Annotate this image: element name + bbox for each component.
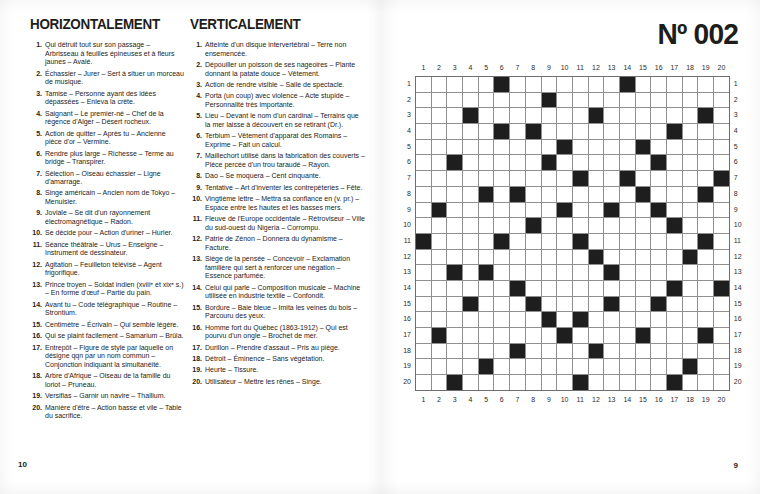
grid-cell[interactable] — [589, 281, 604, 296]
grid-cell[interactable] — [714, 250, 729, 265]
grid-cell[interactable] — [667, 234, 682, 249]
grid-cell[interactable] — [416, 93, 431, 108]
grid-cell[interactable] — [416, 140, 431, 155]
grid-cell[interactable] — [636, 171, 651, 186]
grid-cell[interactable] — [479, 281, 494, 296]
grid-cell[interactable] — [714, 108, 729, 123]
grid-cell[interactable] — [432, 234, 447, 249]
grid-cell[interactable] — [526, 77, 541, 92]
grid-cell[interactable] — [432, 108, 447, 123]
grid-cell[interactable] — [714, 93, 729, 108]
grid-cell[interactable] — [526, 203, 541, 218]
grid-cell[interactable] — [479, 140, 494, 155]
grid-cell[interactable] — [604, 218, 619, 233]
grid-cell[interactable] — [463, 93, 478, 108]
grid-cell[interactable] — [463, 124, 478, 139]
grid-cell[interactable] — [526, 155, 541, 170]
grid-cell[interactable] — [542, 234, 557, 249]
grid-cell[interactable] — [479, 155, 494, 170]
grid-cell[interactable] — [683, 312, 698, 327]
grid-cell[interactable] — [479, 218, 494, 233]
grid-cell[interactable] — [667, 297, 682, 312]
grid-cell[interactable] — [667, 108, 682, 123]
grid-cell[interactable] — [636, 124, 651, 139]
grid-cell[interactable] — [432, 93, 447, 108]
grid-cell[interactable] — [589, 359, 604, 374]
grid-cell[interactable] — [667, 77, 682, 92]
grid-cell[interactable] — [526, 375, 541, 390]
grid-cell[interactable] — [573, 203, 588, 218]
grid-cell[interactable] — [604, 328, 619, 343]
grid-cell[interactable] — [463, 312, 478, 327]
grid-cell[interactable] — [698, 218, 713, 233]
grid-cell[interactable] — [667, 344, 682, 359]
grid-cell[interactable] — [479, 93, 494, 108]
grid-cell[interactable] — [479, 171, 494, 186]
grid-cell[interactable] — [589, 312, 604, 327]
grid-cell[interactable] — [620, 359, 635, 374]
grid-cell[interactable] — [620, 375, 635, 390]
grid-cell[interactable] — [447, 93, 462, 108]
grid-cell[interactable] — [636, 359, 651, 374]
grid-cell[interactable] — [463, 250, 478, 265]
grid-cell[interactable] — [683, 171, 698, 186]
grid-cell[interactable] — [416, 281, 431, 296]
grid-cell[interactable] — [510, 218, 525, 233]
grid-cell[interactable] — [463, 328, 478, 343]
grid-cell[interactable] — [479, 344, 494, 359]
grid-cell[interactable] — [526, 328, 541, 343]
grid-cell[interactable] — [667, 140, 682, 155]
grid-cell[interactable] — [416, 218, 431, 233]
grid-cell[interactable] — [620, 155, 635, 170]
grid-cell[interactable] — [667, 155, 682, 170]
grid-cell[interactable] — [432, 359, 447, 374]
grid-cell[interactable] — [510, 234, 525, 249]
grid-cell[interactable] — [651, 250, 666, 265]
grid-cell[interactable] — [651, 108, 666, 123]
grid-cell[interactable] — [651, 375, 666, 390]
grid-cell[interactable] — [636, 234, 651, 249]
grid-cell[interactable] — [510, 108, 525, 123]
grid-cell[interactable] — [494, 344, 509, 359]
grid-cell[interactable] — [636, 77, 651, 92]
grid-cell[interactable] — [494, 281, 509, 296]
grid-cell[interactable] — [651, 93, 666, 108]
grid-cell[interactable] — [447, 312, 462, 327]
grid-cell[interactable] — [494, 250, 509, 265]
grid-cell[interactable] — [620, 265, 635, 280]
grid-cell[interactable] — [416, 171, 431, 186]
grid-cell[interactable] — [463, 281, 478, 296]
grid-cell[interactable] — [416, 265, 431, 280]
grid-cell[interactable] — [463, 140, 478, 155]
grid-cell[interactable] — [510, 375, 525, 390]
grid-cell[interactable] — [698, 203, 713, 218]
grid-cell[interactable] — [494, 359, 509, 374]
grid-cell[interactable] — [557, 155, 572, 170]
grid-cell[interactable] — [667, 328, 682, 343]
grid-cell[interactable] — [620, 297, 635, 312]
grid-cell[interactable] — [416, 155, 431, 170]
grid-cell[interactable] — [573, 297, 588, 312]
grid-cell[interactable] — [667, 265, 682, 280]
grid-cell[interactable] — [510, 328, 525, 343]
grid-cell[interactable] — [698, 281, 713, 296]
grid-cell[interactable] — [432, 344, 447, 359]
grid-cell[interactable] — [432, 77, 447, 92]
grid-cell[interactable] — [573, 187, 588, 202]
grid-cell[interactable] — [526, 187, 541, 202]
grid-cell[interactable] — [589, 203, 604, 218]
grid-cell[interactable] — [542, 140, 557, 155]
grid-cell[interactable] — [714, 328, 729, 343]
grid-cell[interactable] — [510, 140, 525, 155]
grid-cell[interactable] — [604, 187, 619, 202]
grid-cell[interactable] — [604, 108, 619, 123]
grid-cell[interactable] — [463, 187, 478, 202]
grid-cell[interactable] — [683, 93, 698, 108]
grid-cell[interactable] — [636, 108, 651, 123]
grid-cell[interactable] — [573, 281, 588, 296]
grid-cell[interactable] — [651, 77, 666, 92]
grid-cell[interactable] — [542, 203, 557, 218]
grid-cell[interactable] — [620, 312, 635, 327]
grid-cell[interactable] — [416, 203, 431, 218]
grid-cell[interactable] — [698, 140, 713, 155]
grid-cell[interactable] — [510, 250, 525, 265]
grid-cell[interactable] — [683, 203, 698, 218]
grid-cell[interactable] — [479, 250, 494, 265]
grid-cell[interactable] — [573, 328, 588, 343]
grid-cell[interactable] — [463, 203, 478, 218]
grid-cell[interactable] — [432, 187, 447, 202]
grid-cell[interactable] — [667, 93, 682, 108]
grid-cell[interactable] — [651, 187, 666, 202]
grid-cell[interactable] — [573, 140, 588, 155]
grid-cell[interactable] — [636, 155, 651, 170]
grid-cell[interactable] — [463, 155, 478, 170]
grid-cell[interactable] — [432, 312, 447, 327]
grid-cell[interactable] — [432, 171, 447, 186]
grid-cell[interactable] — [714, 187, 729, 202]
grid-cell[interactable] — [557, 265, 572, 280]
grid-cell[interactable] — [432, 281, 447, 296]
grid-cell[interactable] — [683, 281, 698, 296]
grid-cell[interactable] — [589, 124, 604, 139]
grid-cell[interactable] — [683, 265, 698, 280]
grid-cell[interactable] — [447, 250, 462, 265]
grid-cell[interactable] — [620, 108, 635, 123]
grid-cell[interactable] — [494, 375, 509, 390]
grid-cell[interactable] — [604, 359, 619, 374]
grid-cell[interactable] — [636, 93, 651, 108]
grid-cell[interactable] — [573, 124, 588, 139]
grid-cell[interactable] — [526, 140, 541, 155]
grid-cell[interactable] — [494, 140, 509, 155]
grid-cell[interactable] — [432, 250, 447, 265]
grid-cell[interactable] — [557, 312, 572, 327]
grid-cell[interactable] — [667, 203, 682, 218]
grid-cell[interactable] — [604, 140, 619, 155]
grid-cell[interactable] — [683, 375, 698, 390]
grid-cell[interactable] — [479, 297, 494, 312]
grid-cell[interactable] — [698, 155, 713, 170]
grid-cell[interactable] — [557, 93, 572, 108]
grid-cell[interactable] — [714, 375, 729, 390]
grid-cell[interactable] — [542, 359, 557, 374]
grid-cell[interactable] — [542, 375, 557, 390]
grid-cell[interactable] — [714, 77, 729, 92]
grid-cell[interactable] — [557, 250, 572, 265]
grid-cell[interactable] — [604, 171, 619, 186]
grid-cell[interactable] — [557, 297, 572, 312]
grid-cell[interactable] — [589, 77, 604, 92]
grid-cell[interactable] — [636, 281, 651, 296]
grid-cell[interactable] — [589, 297, 604, 312]
grid-cell[interactable] — [651, 359, 666, 374]
grid-cell[interactable] — [479, 124, 494, 139]
grid-cell[interactable] — [698, 312, 713, 327]
grid-cell[interactable] — [651, 312, 666, 327]
grid-cell[interactable] — [510, 93, 525, 108]
grid-cell[interactable] — [510, 203, 525, 218]
grid-cell[interactable] — [479, 375, 494, 390]
grid-cell[interactable] — [416, 250, 431, 265]
grid-cell[interactable] — [479, 203, 494, 218]
grid-cell[interactable] — [636, 265, 651, 280]
grid-cell[interactable] — [432, 265, 447, 280]
grid-cell[interactable] — [683, 124, 698, 139]
grid-cell[interactable] — [620, 187, 635, 202]
grid-cell[interactable] — [510, 171, 525, 186]
grid-cell[interactable] — [651, 281, 666, 296]
grid-cell[interactable] — [573, 250, 588, 265]
grid-cell[interactable] — [636, 375, 651, 390]
grid-cell[interactable] — [494, 108, 509, 123]
grid-cell[interactable] — [620, 93, 635, 108]
grid-cell[interactable] — [542, 187, 557, 202]
grid-cell[interactable] — [526, 250, 541, 265]
grid-cell[interactable] — [667, 312, 682, 327]
grid-cell[interactable] — [494, 171, 509, 186]
grid-cell[interactable] — [604, 155, 619, 170]
grid-cell[interactable] — [714, 140, 729, 155]
grid-cell[interactable] — [432, 155, 447, 170]
grid-cell[interactable] — [589, 265, 604, 280]
grid-cell[interactable] — [604, 281, 619, 296]
grid-cell[interactable] — [557, 124, 572, 139]
grid-cell[interactable] — [557, 77, 572, 92]
grid-cell[interactable] — [604, 375, 619, 390]
grid-cell[interactable] — [510, 77, 525, 92]
grid-cell[interactable] — [573, 344, 588, 359]
grid-cell[interactable] — [526, 281, 541, 296]
grid-cell[interactable] — [620, 234, 635, 249]
grid-cell[interactable] — [463, 265, 478, 280]
grid-cell[interactable] — [589, 187, 604, 202]
grid-cell[interactable] — [447, 203, 462, 218]
grid-cell[interactable] — [620, 281, 635, 296]
grid-cell[interactable] — [651, 328, 666, 343]
grid-cell[interactable] — [416, 108, 431, 123]
grid-cell[interactable] — [589, 375, 604, 390]
grid-cell[interactable] — [636, 297, 651, 312]
grid-cell[interactable] — [557, 234, 572, 249]
grid-cell[interactable] — [573, 77, 588, 92]
grid-cell[interactable] — [416, 375, 431, 390]
grid-cell[interactable] — [542, 344, 557, 359]
grid-cell[interactable] — [573, 108, 588, 123]
grid-cell[interactable] — [573, 218, 588, 233]
grid-cell[interactable] — [510, 265, 525, 280]
grid-cell[interactable] — [683, 297, 698, 312]
grid-cell[interactable] — [494, 297, 509, 312]
grid-cell[interactable] — [494, 265, 509, 280]
grid-cell[interactable] — [620, 328, 635, 343]
grid-cell[interactable] — [542, 250, 557, 265]
grid-cell[interactable] — [683, 140, 698, 155]
grid-cell[interactable] — [494, 203, 509, 218]
grid-cell[interactable] — [526, 359, 541, 374]
grid-cell[interactable] — [651, 344, 666, 359]
grid-cell[interactable] — [714, 218, 729, 233]
grid-cell[interactable] — [573, 265, 588, 280]
grid-cell[interactable] — [463, 359, 478, 374]
grid-cell[interactable] — [447, 344, 462, 359]
grid-cell[interactable] — [557, 171, 572, 186]
grid-cell[interactable] — [494, 187, 509, 202]
grid-cell[interactable] — [542, 171, 557, 186]
grid-cell[interactable] — [463, 77, 478, 92]
grid-cell[interactable] — [636, 203, 651, 218]
grid-cell[interactable] — [542, 124, 557, 139]
grid-cell[interactable] — [620, 140, 635, 155]
grid-cell[interactable] — [589, 234, 604, 249]
grid-cell[interactable] — [416, 312, 431, 327]
grid-cell[interactable] — [542, 218, 557, 233]
grid-cell[interactable] — [510, 359, 525, 374]
grid-cell[interactable] — [620, 124, 635, 139]
grid-cell[interactable] — [714, 234, 729, 249]
grid-cell[interactable] — [651, 265, 666, 280]
grid-cell[interactable] — [714, 124, 729, 139]
grid-cell[interactable] — [526, 265, 541, 280]
grid-cell[interactable] — [573, 155, 588, 170]
grid-cell[interactable] — [479, 328, 494, 343]
grid-cell[interactable] — [447, 77, 462, 92]
grid-cell[interactable] — [683, 234, 698, 249]
grid-cell[interactable] — [620, 344, 635, 359]
grid-cell[interactable] — [447, 281, 462, 296]
grid-cell[interactable] — [510, 124, 525, 139]
grid-cell[interactable] — [651, 124, 666, 139]
grid-cell[interactable] — [698, 124, 713, 139]
grid-cell[interactable] — [667, 250, 682, 265]
grid-cell[interactable] — [667, 359, 682, 374]
grid-cell[interactable] — [557, 375, 572, 390]
grid-cell[interactable] — [494, 218, 509, 233]
grid-cell[interactable] — [416, 77, 431, 92]
grid-cell[interactable] — [526, 344, 541, 359]
grid-cell[interactable] — [494, 155, 509, 170]
grid-cell[interactable] — [589, 140, 604, 155]
grid-cell[interactable] — [447, 187, 462, 202]
grid-cell[interactable] — [557, 359, 572, 374]
grid-cell[interactable] — [589, 218, 604, 233]
grid-cell[interactable] — [463, 234, 478, 249]
grid-cell[interactable] — [416, 344, 431, 359]
grid-cell[interactable] — [714, 359, 729, 374]
grid-cell[interactable] — [683, 187, 698, 202]
grid-cell[interactable] — [714, 297, 729, 312]
grid-cell[interactable] — [714, 344, 729, 359]
grid-cell[interactable] — [604, 250, 619, 265]
grid-cell[interactable] — [510, 155, 525, 170]
grid-cell[interactable] — [463, 344, 478, 359]
grid-cell[interactable] — [636, 344, 651, 359]
grid-cell[interactable] — [698, 297, 713, 312]
grid-cell[interactable] — [557, 218, 572, 233]
grid-cell[interactable] — [651, 171, 666, 186]
grid-cell[interactable] — [698, 265, 713, 280]
grid-cell[interactable] — [447, 218, 462, 233]
grid-cell[interactable] — [542, 265, 557, 280]
grid-cell[interactable] — [447, 124, 462, 139]
grid-cell[interactable] — [667, 187, 682, 202]
grid-cell[interactable] — [683, 218, 698, 233]
grid-cell[interactable] — [463, 375, 478, 390]
grid-cell[interactable] — [494, 93, 509, 108]
grid-cell[interactable] — [557, 187, 572, 202]
grid-cell[interactable] — [510, 297, 525, 312]
grid-cell[interactable] — [432, 375, 447, 390]
grid-cell[interactable] — [526, 171, 541, 186]
grid-cell[interactable] — [479, 312, 494, 327]
grid-cell[interactable] — [698, 93, 713, 108]
grid-cell[interactable] — [542, 77, 557, 92]
grid-cell[interactable] — [698, 375, 713, 390]
grid-cell[interactable] — [542, 281, 557, 296]
grid-cell[interactable] — [432, 124, 447, 139]
grid-cell[interactable] — [683, 108, 698, 123]
grid-cell[interactable] — [416, 297, 431, 312]
grid-cell[interactable] — [494, 312, 509, 327]
grid-cell[interactable] — [447, 328, 462, 343]
grid-cell[interactable] — [416, 359, 431, 374]
grid-cell[interactable] — [683, 344, 698, 359]
grid-cell[interactable] — [714, 312, 729, 327]
grid-cell[interactable] — [683, 328, 698, 343]
grid-cell[interactable] — [667, 171, 682, 186]
grid-cell[interactable] — [416, 187, 431, 202]
grid-cell[interactable] — [698, 359, 713, 374]
grid-cell[interactable] — [557, 344, 572, 359]
grid-cell[interactable] — [604, 93, 619, 108]
grid-cell[interactable] — [557, 281, 572, 296]
grid-cell[interactable] — [636, 218, 651, 233]
grid-cell[interactable] — [573, 359, 588, 374]
grid-cell[interactable] — [479, 77, 494, 92]
grid-cell[interactable] — [447, 171, 462, 186]
grid-cell[interactable] — [604, 234, 619, 249]
grid-cell[interactable] — [604, 344, 619, 359]
grid-cell[interactable] — [636, 250, 651, 265]
grid-cell[interactable] — [447, 108, 462, 123]
grid-cell[interactable] — [463, 218, 478, 233]
grid-cell[interactable] — [557, 108, 572, 123]
grid-cell[interactable] — [447, 297, 462, 312]
